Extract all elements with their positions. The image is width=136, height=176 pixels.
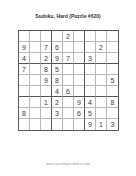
empty-cell-r4c9[interactable] [107,64,118,75]
empty-cell-r4c8[interactable] [96,64,107,75]
empty-cell-r5c1[interactable] [19,75,30,86]
empty-cell-r2c7[interactable] [85,42,96,53]
empty-cell-r3c2[interactable] [30,53,41,64]
given-cell-r2c3: 7 [41,42,52,53]
empty-cell-r1c9[interactable] [107,31,118,42]
empty-cell-r6c9[interactable] [107,86,118,97]
empty-cell-r5c5[interactable] [63,75,74,86]
empty-cell-r3c8[interactable] [96,53,107,64]
empty-cell-r6c6[interactable] [74,86,85,97]
given-cell-r8c4: 3 [52,108,63,119]
given-cell-r2c4: 6 [52,42,63,53]
given-cell-r9c7: 9 [85,119,96,130]
given-cell-r3c1: 4 [19,53,30,64]
empty-cell-r2c6[interactable] [74,42,85,53]
empty-cell-r9c4[interactable] [52,119,63,130]
given-cell-r3c5: 7 [63,53,74,64]
empty-cell-r1c7[interactable] [85,31,96,42]
empty-cell-r7c1[interactable] [19,97,30,108]
empty-cell-r9c1[interactable] [19,119,30,130]
empty-cell-r9c6[interactable] [74,119,85,130]
empty-cell-r2c5[interactable] [63,42,74,53]
empty-cell-r6c1[interactable] [19,86,30,97]
empty-cell-r1c8[interactable] [96,31,107,42]
empty-cell-r1c3[interactable] [41,31,52,42]
given-cell-r7c3: 1 [41,97,52,108]
given-cell-r5c4: 8 [52,75,63,86]
given-cell-r5c9: 5 [107,75,118,86]
empty-cell-r1c4[interactable] [52,31,63,42]
empty-cell-r8c3[interactable] [41,108,52,119]
empty-cell-r8c9[interactable] [107,108,118,119]
empty-cell-r2c2[interactable] [30,42,41,53]
given-cell-r3c4: 9 [52,53,63,64]
given-cell-r7c7: 4 [85,97,96,108]
empty-cell-r2c9[interactable] [107,42,118,53]
given-cell-r8c7: 5 [85,108,96,119]
sudoku-grid: 297624297378598546129488365913 [18,30,119,131]
given-cell-r9c8: 1 [96,119,107,130]
empty-cell-r6c7[interactable] [85,86,96,97]
empty-cell-r8c5[interactable] [63,108,74,119]
given-cell-r7c9: 8 [107,97,118,108]
given-cell-r3c7: 3 [85,53,96,64]
given-cell-r4c4: 5 [52,64,63,75]
empty-cell-r4c2[interactable] [30,64,41,75]
empty-cell-r3c6[interactable] [74,53,85,64]
sudoku-sheet: Sudoku, Hard (Puzzle #620) 2976242973785… [0,0,136,176]
empty-cell-r7c5[interactable] [63,97,74,108]
given-cell-r1c5: 2 [63,31,74,42]
given-cell-r4c3: 8 [41,64,52,75]
empty-cell-r9c5[interactable] [63,119,74,130]
given-cell-r2c1: 9 [19,42,30,53]
empty-cell-r9c2[interactable] [30,119,41,130]
given-cell-r7c6: 9 [74,97,85,108]
given-cell-r7c4: 2 [52,97,63,108]
empty-cell-r8c8[interactable] [96,108,107,119]
given-cell-r5c3: 9 [41,75,52,86]
given-cell-r6c4: 4 [52,86,63,97]
given-cell-r8c6: 6 [74,108,85,119]
empty-cell-r6c8[interactable] [96,86,107,97]
empty-cell-r7c8[interactable] [96,97,107,108]
given-cell-r3c3: 2 [41,53,52,64]
empty-cell-r1c6[interactable] [74,31,85,42]
puzzle-title: Sudoku, Hard (Puzzle #620) [0,12,136,20]
empty-cell-r4c6[interactable] [74,64,85,75]
given-cell-r9c9: 3 [107,119,118,130]
given-cell-r2c8: 2 [96,42,107,53]
empty-cell-r4c5[interactable] [63,64,74,75]
empty-cell-r6c2[interactable] [30,86,41,97]
empty-cell-r5c2[interactable] [30,75,41,86]
empty-cell-r8c2[interactable] [30,108,41,119]
given-cell-r8c1: 8 [19,108,30,119]
empty-cell-r5c7[interactable] [85,75,96,86]
empty-cell-r9c3[interactable] [41,119,52,130]
given-cell-r4c1: 7 [19,64,30,75]
given-cell-r6c5: 6 [63,86,74,97]
empty-cell-r1c2[interactable] [30,31,41,42]
empty-cell-r5c8[interactable] [96,75,107,86]
empty-cell-r3c9[interactable] [107,53,118,64]
footer-url: www.printmysudoku.com [0,161,136,167]
empty-cell-r4c7[interactable] [85,64,96,75]
empty-cell-r7c2[interactable] [30,97,41,108]
empty-cell-r5c6[interactable] [74,75,85,86]
empty-cell-r6c3[interactable] [41,86,52,97]
empty-cell-r1c1[interactable] [19,31,30,42]
